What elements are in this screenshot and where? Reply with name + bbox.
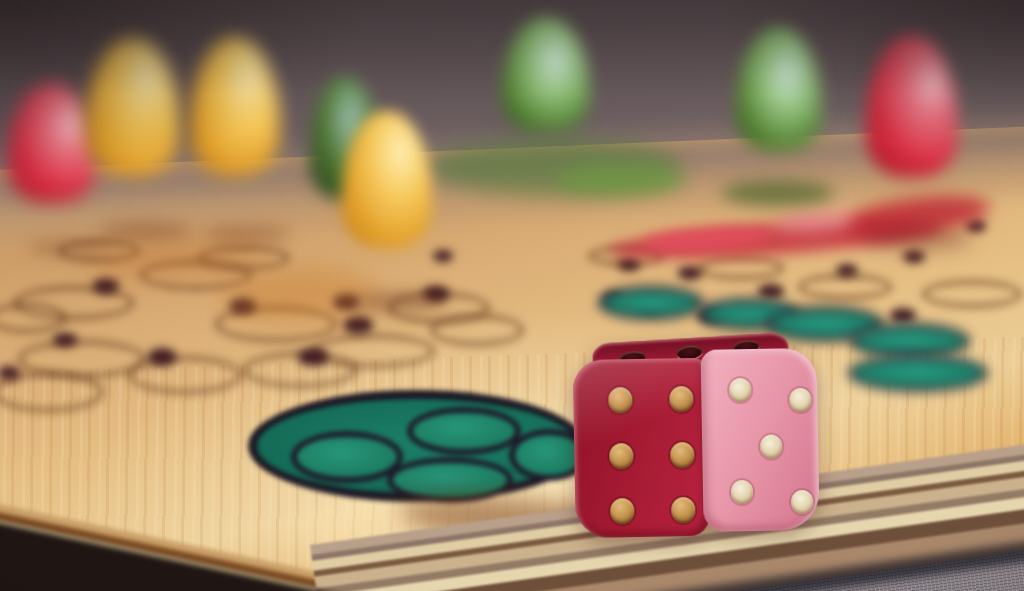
pawn-body xyxy=(190,37,280,175)
die-pip-right xyxy=(760,434,782,458)
red-die xyxy=(570,330,820,540)
pawn-red-1 xyxy=(8,90,96,256)
die-pip-front xyxy=(610,498,634,524)
die-pip-right xyxy=(729,378,751,402)
pawn-green-7 xyxy=(736,34,822,206)
ludo-board-photo xyxy=(0,0,1024,591)
die-pip-front xyxy=(672,497,696,523)
die-pip-right xyxy=(731,480,753,504)
die-pip-front xyxy=(671,442,695,468)
die-pip-front xyxy=(670,386,694,412)
die-front-face-6 xyxy=(573,358,710,538)
die-right-face-5 xyxy=(701,348,820,532)
pawn-yellow-5 xyxy=(342,118,432,308)
pawn-red-8 xyxy=(866,42,958,240)
pawn-yellow-2 xyxy=(86,46,180,236)
pawn-body xyxy=(342,111,432,248)
pawn-body xyxy=(8,83,96,203)
die-pip-front xyxy=(609,443,633,469)
pawn-green-6 xyxy=(502,24,590,184)
die-pip-right xyxy=(791,490,813,514)
pawn-yellow-3 xyxy=(190,44,280,236)
pawn-body xyxy=(736,27,822,151)
die-pip-right xyxy=(789,388,811,412)
pawn-body xyxy=(86,38,180,175)
pawn-body xyxy=(502,17,590,132)
pawn-body xyxy=(866,35,958,178)
die-pip-front xyxy=(608,388,632,414)
